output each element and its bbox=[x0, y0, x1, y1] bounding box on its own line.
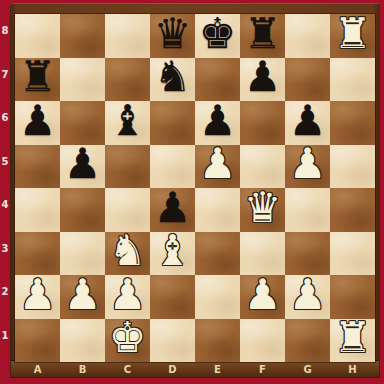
rank-labels: 87654321 bbox=[0, 14, 10, 362]
square-f3[interactable] bbox=[240, 232, 285, 276]
file-label-d: D bbox=[150, 362, 195, 377]
file-label-b: B bbox=[60, 362, 105, 377]
square-a3[interactable] bbox=[15, 232, 60, 276]
square-e8[interactable]: ♚ bbox=[195, 14, 240, 58]
square-d1[interactable] bbox=[150, 319, 195, 363]
black-rook-f8[interactable]: ♜ bbox=[244, 13, 282, 55]
square-c3[interactable]: ♞ bbox=[105, 232, 150, 276]
square-a7[interactable]: ♜ bbox=[15, 58, 60, 102]
square-d6[interactable] bbox=[150, 101, 195, 145]
white-queen-f4[interactable]: ♛ bbox=[244, 187, 282, 229]
square-g2[interactable]: ♟ bbox=[285, 275, 330, 319]
square-e2[interactable] bbox=[195, 275, 240, 319]
square-b3[interactable] bbox=[60, 232, 105, 276]
square-e5[interactable]: ♟ bbox=[195, 145, 240, 189]
square-f6[interactable] bbox=[240, 101, 285, 145]
black-pawn-f7[interactable]: ♟ bbox=[244, 56, 282, 98]
rank-label-6: 6 bbox=[0, 96, 10, 140]
square-a5[interactable] bbox=[15, 145, 60, 189]
white-pawn-f2[interactable]: ♟ bbox=[244, 274, 282, 316]
square-a4[interactable] bbox=[15, 188, 60, 232]
file-label-e: E bbox=[195, 362, 240, 377]
white-pawn-g2[interactable]: ♟ bbox=[289, 274, 327, 316]
black-king-e8[interactable]: ♚ bbox=[199, 13, 237, 55]
square-e3[interactable] bbox=[195, 232, 240, 276]
square-e6[interactable]: ♟ bbox=[195, 101, 240, 145]
white-king-c1[interactable]: ♚ bbox=[109, 317, 147, 359]
black-knight-d7[interactable]: ♞ bbox=[154, 56, 192, 98]
black-queen-d8[interactable]: ♛ bbox=[154, 13, 192, 55]
square-d4[interactable]: ♟ bbox=[150, 188, 195, 232]
file-label-c: C bbox=[105, 362, 150, 377]
square-a2[interactable]: ♟ bbox=[15, 275, 60, 319]
square-g3[interactable] bbox=[285, 232, 330, 276]
white-pawn-b2[interactable]: ♟ bbox=[64, 274, 102, 316]
square-e7[interactable] bbox=[195, 58, 240, 102]
square-h4[interactable] bbox=[330, 188, 375, 232]
square-d8[interactable]: ♛ bbox=[150, 14, 195, 58]
square-h5[interactable] bbox=[330, 145, 375, 189]
square-e4[interactable] bbox=[195, 188, 240, 232]
square-g5[interactable]: ♟ bbox=[285, 145, 330, 189]
square-c2[interactable]: ♟ bbox=[105, 275, 150, 319]
white-bishop-d3[interactable]: ♝ bbox=[154, 230, 192, 272]
board-grid: ♛♚♜♜♜♞♟♟♝♟♟♟♟♟♟♛♞♝♟♟♟♟♟♚♜ bbox=[15, 14, 375, 362]
black-rook-a7[interactable]: ♜ bbox=[19, 56, 57, 98]
square-g4[interactable] bbox=[285, 188, 330, 232]
square-b1[interactable] bbox=[60, 319, 105, 363]
square-b7[interactable] bbox=[60, 58, 105, 102]
square-b4[interactable] bbox=[60, 188, 105, 232]
square-c7[interactable] bbox=[105, 58, 150, 102]
rank-label-8: 8 bbox=[0, 9, 10, 53]
white-pawn-g5[interactable]: ♟ bbox=[289, 143, 327, 185]
square-e1[interactable] bbox=[195, 319, 240, 363]
square-h6[interactable] bbox=[330, 101, 375, 145]
rank-label-1: 1 bbox=[0, 314, 10, 358]
square-h3[interactable] bbox=[330, 232, 375, 276]
square-c4[interactable] bbox=[105, 188, 150, 232]
square-a1[interactable] bbox=[15, 319, 60, 363]
rank-label-4: 4 bbox=[0, 183, 10, 227]
square-b6[interactable] bbox=[60, 101, 105, 145]
file-labels: ABCDEFGH bbox=[15, 362, 375, 377]
square-f1[interactable] bbox=[240, 319, 285, 363]
square-c8[interactable] bbox=[105, 14, 150, 58]
black-pawn-e6[interactable]: ♟ bbox=[199, 100, 237, 142]
square-d3[interactable]: ♝ bbox=[150, 232, 195, 276]
black-pawn-d4[interactable]: ♟ bbox=[154, 187, 192, 229]
square-g8[interactable] bbox=[285, 14, 330, 58]
square-d7[interactable]: ♞ bbox=[150, 58, 195, 102]
square-f7[interactable]: ♟ bbox=[240, 58, 285, 102]
square-c1[interactable]: ♚ bbox=[105, 319, 150, 363]
rank-label-3: 3 bbox=[0, 227, 10, 271]
white-pawn-a2[interactable]: ♟ bbox=[19, 274, 57, 316]
square-h1[interactable]: ♜ bbox=[330, 319, 375, 363]
square-g7[interactable] bbox=[285, 58, 330, 102]
square-f2[interactable]: ♟ bbox=[240, 275, 285, 319]
white-pawn-e5[interactable]: ♟ bbox=[199, 143, 237, 185]
black-pawn-b5[interactable]: ♟ bbox=[64, 143, 102, 185]
square-h8[interactable]: ♜ bbox=[330, 14, 375, 58]
square-h7[interactable] bbox=[330, 58, 375, 102]
square-c6[interactable]: ♝ bbox=[105, 101, 150, 145]
square-f8[interactable]: ♜ bbox=[240, 14, 285, 58]
square-c5[interactable] bbox=[105, 145, 150, 189]
file-label-f: F bbox=[240, 362, 285, 377]
square-b2[interactable]: ♟ bbox=[60, 275, 105, 319]
rank-label-2: 2 bbox=[0, 270, 10, 314]
square-h2[interactable] bbox=[330, 275, 375, 319]
square-f5[interactable] bbox=[240, 145, 285, 189]
rank-label-5: 5 bbox=[0, 140, 10, 184]
white-pawn-c2[interactable]: ♟ bbox=[109, 274, 147, 316]
rank-label-7: 7 bbox=[0, 53, 10, 97]
white-knight-c3[interactable]: ♞ bbox=[109, 230, 147, 272]
black-pawn-a6[interactable]: ♟ bbox=[19, 100, 57, 142]
file-label-g: G bbox=[285, 362, 330, 377]
white-rook-h8[interactable]: ♜ bbox=[334, 13, 372, 55]
square-f4[interactable]: ♛ bbox=[240, 188, 285, 232]
black-bishop-c6[interactable]: ♝ bbox=[109, 100, 147, 142]
square-d2[interactable] bbox=[150, 275, 195, 319]
square-b8[interactable] bbox=[60, 14, 105, 58]
square-b5[interactable]: ♟ bbox=[60, 145, 105, 189]
file-label-h: H bbox=[330, 362, 375, 377]
white-rook-h1[interactable]: ♜ bbox=[334, 317, 372, 359]
black-pawn-g6[interactable]: ♟ bbox=[289, 100, 327, 142]
square-g6[interactable]: ♟ bbox=[285, 101, 330, 145]
file-label-a: A bbox=[15, 362, 60, 377]
square-a8[interactable] bbox=[15, 14, 60, 58]
chessboard: ♛♚♜♜♜♞♟♟♝♟♟♟♟♟♟♛♞♝♟♟♟♟♟♚♜ 87654321 ABCDE… bbox=[0, 0, 384, 384]
square-a6[interactable]: ♟ bbox=[15, 101, 60, 145]
square-d5[interactable] bbox=[150, 145, 195, 189]
square-g1[interactable] bbox=[285, 319, 330, 363]
